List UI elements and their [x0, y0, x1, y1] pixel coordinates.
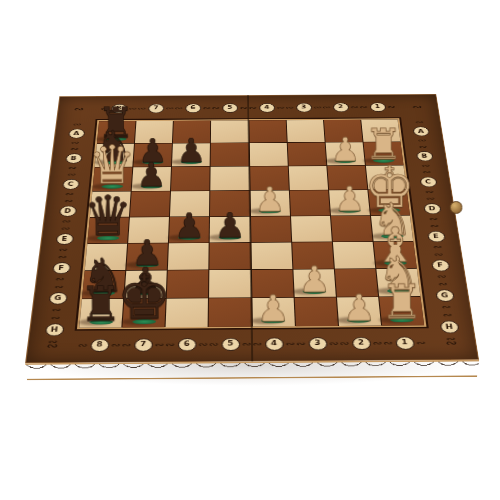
scroll-carving: ∾: [441, 303, 452, 311]
square-h8: ♜: [79, 299, 123, 328]
left-label-slot: ∾D∾: [57, 198, 77, 225]
coordinate-medallion: E: [55, 233, 74, 244]
square-g6: [167, 270, 209, 298]
brass-clasp: [450, 201, 463, 214]
square-e6: ♟: [169, 217, 209, 243]
scroll-carving: ∾: [248, 105, 257, 111]
white-pawn-d2: ♟: [335, 181, 366, 215]
white-pawn-d4: ♟: [255, 182, 286, 216]
black-king-h7: ♚: [116, 267, 171, 329]
coordinate-medallion: 6: [177, 338, 196, 351]
square-h6: [166, 298, 209, 327]
square-d4: ♟: [250, 191, 290, 216]
left-label-slot: ∾G∾: [47, 283, 68, 314]
square-e2: [331, 216, 373, 242]
scroll-carving: ∾: [418, 144, 428, 150]
square-d2: ♟: [329, 190, 370, 215]
black-rook-h8: ♜: [79, 281, 122, 329]
top-label-slot: ∾4∾: [248, 103, 285, 113]
square-c7: ♟: [132, 167, 171, 191]
perspective-viewport: ∾ ∾ ∾ ∾ ∾8∾∾7∾∾6∾∾5∾∾4∾∾3∾∾2∾∾1∾ ∾8∾∾7∾∾…: [0, 0, 500, 500]
square-b6: ♟: [172, 143, 210, 166]
left-label-slot: ∾H∾: [43, 314, 65, 346]
top-label-slot: ∾2∾: [322, 102, 359, 112]
scroll-carving: ∾: [438, 280, 449, 288]
top-label-slot: ∾3∾: [285, 103, 322, 113]
square-e5: ♟: [210, 216, 250, 242]
top-label-slot: ∾1∾: [359, 102, 396, 112]
coordinate-medallion: H: [439, 321, 459, 334]
top-label-slot: ∾7∾: [137, 103, 174, 113]
square-g3: ♟: [293, 269, 336, 297]
coordinate-medallion: D: [58, 206, 76, 217]
coordinate-medallion: E: [427, 231, 446, 242]
scroll-carving: ∾: [61, 225, 71, 232]
coordinate-medallion: 4: [259, 103, 275, 112]
product-photo-canvas: ∾ ∾ ∾ ∾ ∾8∾∾7∾∾6∾∾5∾∾4∾∾3∾∾2∾∾1∾ ∾8∾∾7∾∾…: [0, 0, 500, 500]
scroll-carving: ∾: [322, 104, 331, 110]
scroll-carving: ∾: [285, 104, 294, 110]
white-pawn-h2: ♟: [343, 289, 376, 326]
square-h5: [209, 298, 251, 327]
scroll-carving: ∾: [211, 105, 220, 111]
coordinate-medallion: 6: [185, 103, 201, 112]
square-h4: ♟: [252, 298, 295, 327]
board-front-face: [25, 360, 479, 380]
square-b2: ♟: [325, 142, 364, 165]
scroll-carving: ∾: [239, 105, 248, 111]
left-label-slot: ∾E∾: [54, 225, 74, 254]
scroll-carving: ∾: [387, 104, 396, 110]
black-pawn-c7: ♟: [136, 158, 166, 192]
black-pawn-e6: ♟: [173, 208, 204, 243]
scroll-carving: ∾: [415, 119, 424, 125]
scroll-carving: ∾: [100, 105, 109, 111]
white-pawn-b2: ♟: [331, 133, 361, 166]
corner-ornament: ∾: [56, 96, 101, 121]
scroll-carving: ∾: [137, 105, 146, 111]
scroll-carving: ∾: [425, 195, 435, 202]
white-pawn-h4: ♟: [257, 290, 290, 327]
coordinate-medallion: G: [435, 289, 455, 301]
coordinate-medallion: H: [44, 323, 64, 336]
right-label-slot: ∾G∾: [433, 280, 455, 311]
square-h2: ♟: [337, 297, 381, 326]
scroll-carving: ∾: [111, 341, 122, 349]
scroll-carving: ∾: [128, 105, 137, 111]
scroll-carving: ∾: [54, 283, 65, 291]
coordinate-medallion: 1: [369, 102, 386, 111]
square-d3: [289, 191, 329, 216]
white-rook-h1: ♜: [381, 278, 424, 326]
scroll-carving: ∾: [442, 311, 453, 319]
scroll-carving: ∾: [64, 198, 74, 205]
square-e3: [291, 216, 332, 242]
right-label-slot: ∾E∾: [425, 222, 446, 250]
coordinate-medallion: 7: [148, 104, 164, 113]
left-label-slot: ∾B∾: [64, 146, 83, 171]
square-g5: [209, 270, 250, 298]
coordinate-medallion: 3: [296, 103, 312, 112]
scroll-carving: ∾: [276, 104, 285, 110]
square-b5: [211, 143, 249, 166]
scroll-carving: ∾: [422, 169, 432, 176]
black-pawn-e5: ♟: [214, 208, 245, 243]
square-e8: ♛: [87, 217, 129, 243]
chess-board: ∾ ∾ ∾ ∾ ∾8∾∾7∾∾6∾∾5∾∾4∾∾3∾∾2∾∾1∾ ∾8∾∾7∾∾…: [25, 94, 479, 363]
right-label-slot: ∾B∾: [414, 144, 434, 169]
coordinate-medallion: A: [68, 129, 85, 139]
square-b4: [249, 143, 287, 166]
square-e4: [251, 216, 291, 242]
right-label-slot: ∾C∾: [418, 169, 438, 195]
square-h1: ♜: [379, 297, 424, 326]
scroll-carving: ∾: [51, 306, 62, 314]
black-queen-e8: ♛: [83, 189, 133, 244]
scroll-carving: ∾: [61, 218, 71, 225]
coordinate-medallion: 2: [332, 102, 348, 111]
scroll-carving: ∾: [429, 222, 439, 229]
scroll-carving: ∾: [359, 104, 368, 110]
scroll-carving: ∾: [198, 340, 208, 348]
scroll-carving: ∾: [70, 146, 80, 152]
scroll-carving: ∾: [350, 104, 359, 110]
coordinate-medallion: 5: [222, 103, 238, 112]
corner-ornament: ∾: [394, 94, 440, 119]
left-label-slot: ∾A∾: [67, 121, 86, 146]
scroll-carving: ∾: [67, 171, 77, 178]
coordinate-medallion: D: [423, 203, 441, 214]
coordinate-medallion: B: [65, 153, 82, 163]
scroll-carving: ∾: [313, 104, 322, 110]
right-label-slot: ∾A∾: [411, 119, 431, 143]
top-label-slot: ∾6∾: [174, 103, 211, 113]
scroll-carving: ∾: [174, 105, 183, 111]
scroll-carving: ∾: [50, 314, 61, 322]
square-h7: ♚: [123, 299, 166, 328]
black-pawn-b6: ♟: [176, 134, 206, 167]
scroll-carving: ∾: [58, 246, 68, 253]
scroll-carving: ∾: [202, 105, 211, 111]
coordinate-medallion: G: [48, 292, 67, 304]
scroll-carving: ∾: [73, 121, 82, 127]
square-h3: [294, 297, 337, 326]
coordinate-medallion: B: [416, 151, 434, 161]
white-pawn-g3: ♟: [298, 261, 330, 297]
square-a3: [286, 120, 324, 142]
scroll-carving: ∾: [165, 105, 174, 111]
top-label-slot: ∾5∾: [211, 103, 248, 113]
